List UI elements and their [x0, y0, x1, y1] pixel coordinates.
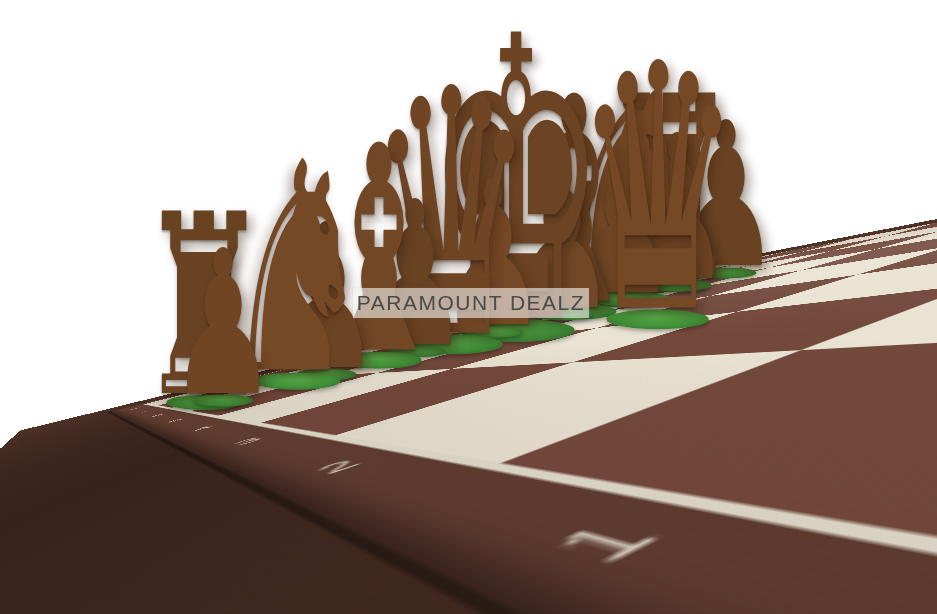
watermark-banner: PARAMOUNT DEALZ: [353, 288, 589, 318]
chess-piece-pawn-a7: ♟: [133, 224, 312, 424]
watermark-text: PARAMOUNT DEALZ: [357, 291, 585, 315]
pawn-icon: ♟: [169, 224, 277, 424]
product-photo-stage: 87654321abcdefgh ♜♞♝♛♚♝♞♜♟♟♟♟♟♟♟♟♛ PARAM…: [0, 0, 937, 614]
